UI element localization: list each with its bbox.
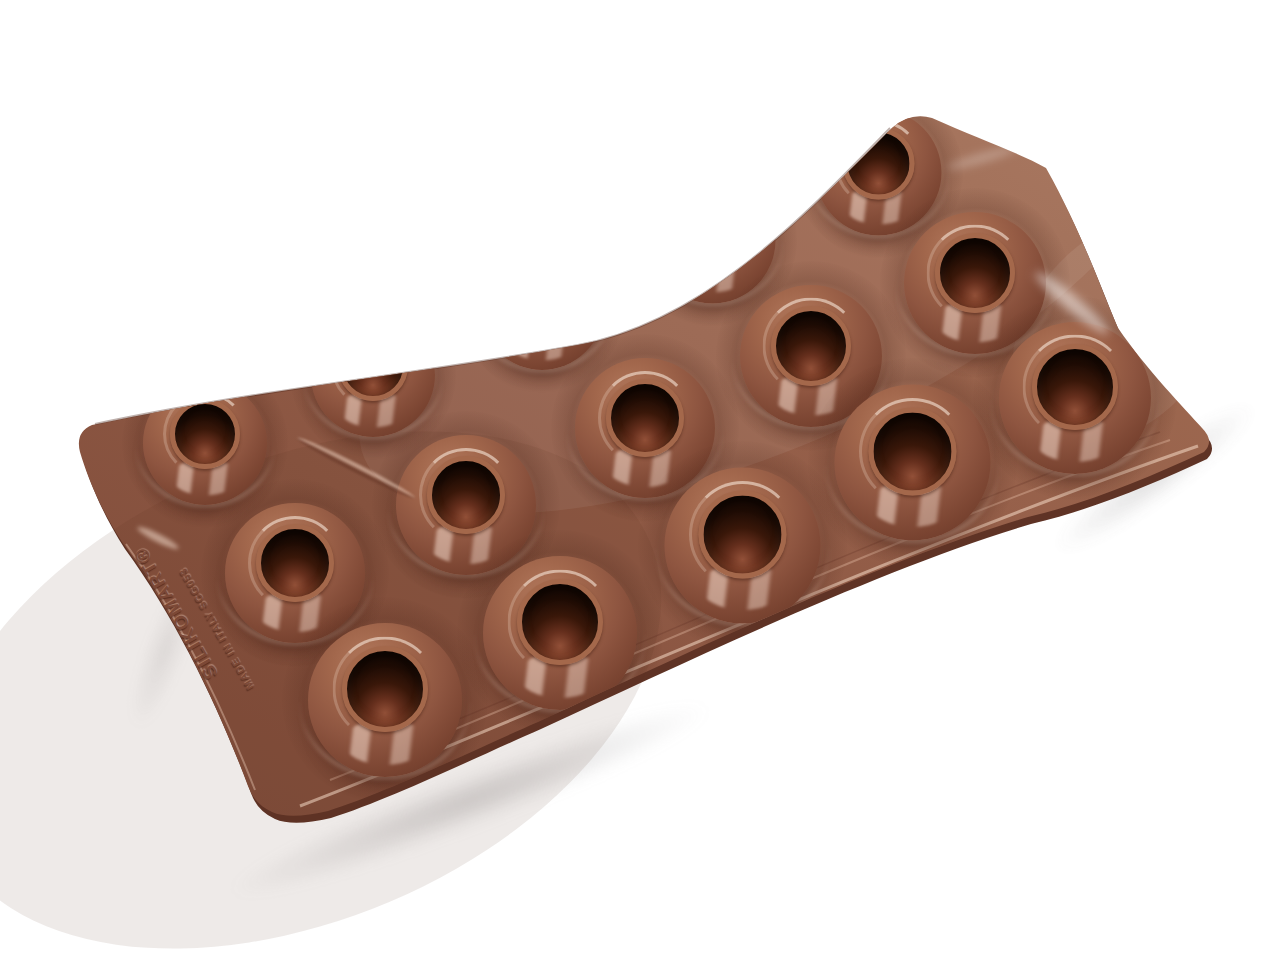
cavity-glint <box>689 481 796 588</box>
cavity-glint <box>333 637 438 742</box>
cavity-glint <box>508 570 613 675</box>
cavity-glint <box>419 448 513 542</box>
cavity-glint <box>1023 335 1128 440</box>
cavity-glint <box>859 398 966 505</box>
product-photo: SILIKOMART® MADE IN ITALY SCG053 <box>0 0 1280 960</box>
cavity-glint <box>248 516 342 610</box>
